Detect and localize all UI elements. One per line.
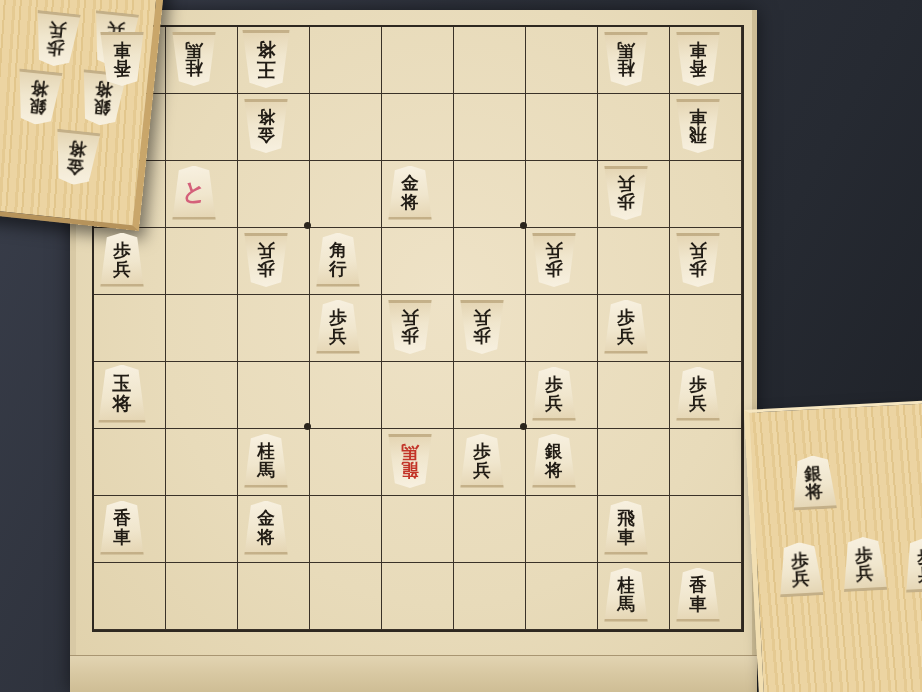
square-3b[interactable] bbox=[526, 94, 598, 161]
square-5d[interactable] bbox=[382, 228, 454, 295]
square-6f[interactable] bbox=[310, 362, 382, 429]
piece-hand-sente-pawn-pawn[interactable]: 歩兵 bbox=[840, 536, 889, 592]
piece-kanji: 飛 bbox=[617, 509, 635, 527]
square-6h[interactable] bbox=[310, 496, 382, 563]
piece-kanji: 兵 bbox=[545, 241, 563, 259]
square-6b[interactable] bbox=[310, 94, 382, 161]
star-point bbox=[304, 222, 311, 229]
star-point bbox=[520, 222, 527, 229]
piece-kanji: 馬 bbox=[617, 40, 635, 58]
piece-kanji: 車 bbox=[689, 595, 707, 613]
square-6g[interactable] bbox=[310, 429, 382, 496]
piece-hand-gote-gold-gold[interactable]: 金将 bbox=[50, 129, 101, 188]
square-6i[interactable] bbox=[310, 563, 382, 630]
square-8f[interactable] bbox=[166, 362, 238, 429]
piece-kanji: 歩 bbox=[617, 308, 635, 326]
piece-kanji: 車 bbox=[689, 40, 707, 58]
square-3h[interactable] bbox=[526, 496, 598, 563]
square-3c[interactable] bbox=[526, 161, 598, 228]
piece-kanji: 玉 bbox=[113, 374, 132, 394]
piece-kanji: 金 bbox=[65, 157, 84, 177]
piece-kanji: 将 bbox=[67, 139, 86, 159]
piece-kanji: 歩 bbox=[545, 260, 563, 278]
piece-kanji: 銀 bbox=[545, 442, 563, 460]
square-1h[interactable] bbox=[670, 496, 742, 563]
piece-kanji: 香 bbox=[689, 576, 707, 594]
piece-kanji: 兵 bbox=[257, 241, 275, 259]
piece-kanji: 車 bbox=[617, 528, 635, 546]
piece-kanji: 車 bbox=[689, 107, 707, 125]
piece-kanji: 兵 bbox=[48, 20, 67, 40]
piece-kanji: 龍 bbox=[401, 461, 419, 479]
piece-kanji: 将 bbox=[545, 461, 563, 479]
piece-kanji: 兵 bbox=[855, 563, 873, 582]
square-8e[interactable] bbox=[166, 295, 238, 362]
piece-kanji: 銀 bbox=[804, 464, 822, 483]
piece-kanji: 歩 bbox=[689, 375, 707, 393]
piece-kanji: 兵 bbox=[545, 394, 563, 412]
piece-kanji: 将 bbox=[401, 193, 419, 211]
piece-kanji: 将 bbox=[257, 528, 275, 546]
piece-kanji: 角 bbox=[329, 241, 347, 259]
square-5f[interactable] bbox=[382, 362, 454, 429]
piece-kanji: 将 bbox=[29, 79, 48, 99]
square-8g[interactable] bbox=[166, 429, 238, 496]
piece-kanji: 飛 bbox=[689, 126, 707, 144]
square-5a[interactable] bbox=[382, 27, 454, 94]
square-9g[interactable] bbox=[94, 429, 166, 496]
piece-kanji: 兵 bbox=[329, 327, 347, 345]
piece-kanji: 歩 bbox=[46, 38, 65, 58]
square-1g[interactable] bbox=[670, 429, 742, 496]
piece-kanji: 馬 bbox=[401, 442, 419, 460]
square-7f[interactable] bbox=[238, 362, 310, 429]
square-4a[interactable] bbox=[454, 27, 526, 94]
square-7c[interactable] bbox=[238, 161, 310, 228]
square-8h[interactable] bbox=[166, 496, 238, 563]
square-1e[interactable] bbox=[670, 295, 742, 362]
star-point bbox=[520, 423, 527, 430]
square-4b[interactable] bbox=[454, 94, 526, 161]
piece-kanji: 桂 bbox=[617, 576, 635, 594]
piece-hand-sente-pawn-pawn[interactable]: 歩兵 bbox=[902, 537, 922, 593]
square-6c[interactable] bbox=[310, 161, 382, 228]
piece-kanji: 香 bbox=[113, 59, 131, 77]
square-8d[interactable] bbox=[166, 228, 238, 295]
piece-kanji: 兵 bbox=[113, 260, 131, 278]
piece-kanji: 金 bbox=[257, 509, 275, 527]
square-4d[interactable] bbox=[454, 228, 526, 295]
star-point bbox=[304, 423, 311, 430]
piece-kanji: 兵 bbox=[473, 461, 491, 479]
piece-kanji: 将 bbox=[113, 394, 132, 414]
piece-kanji: 銀 bbox=[28, 97, 47, 117]
piece-kanji: 歩 bbox=[473, 327, 491, 345]
piece-kanji: 歩 bbox=[545, 375, 563, 393]
square-2d[interactable] bbox=[598, 228, 670, 295]
piece-kanji: 歩 bbox=[473, 442, 491, 460]
piece-kanji: 行 bbox=[329, 260, 347, 278]
piece-kanji: 歩 bbox=[401, 327, 419, 345]
piece-kanji: 歩 bbox=[329, 308, 347, 326]
piece-kanji: 金 bbox=[401, 174, 419, 192]
square-4f[interactable] bbox=[454, 362, 526, 429]
piece-hand-sente-pawn-pawn[interactable]: 歩兵 bbox=[776, 541, 825, 597]
square-8b[interactable] bbox=[166, 94, 238, 161]
square-7i[interactable] bbox=[238, 563, 310, 630]
piece-kanji: 桂 bbox=[257, 442, 275, 460]
square-3a[interactable] bbox=[526, 27, 598, 94]
square-9e[interactable] bbox=[94, 295, 166, 362]
square-5i[interactable] bbox=[382, 563, 454, 630]
piece-kanji: 兵 bbox=[401, 308, 419, 326]
square-5h[interactable] bbox=[382, 496, 454, 563]
square-4i[interactable] bbox=[454, 563, 526, 630]
square-1c[interactable] bbox=[670, 161, 742, 228]
piece-kanji: と bbox=[182, 180, 207, 205]
piece-kanji: 歩 bbox=[113, 241, 131, 259]
sente-captured-stand: 銀将歩兵歩兵歩兵 bbox=[744, 399, 922, 692]
piece-kanji: 歩 bbox=[617, 193, 635, 211]
square-7e[interactable] bbox=[238, 295, 310, 362]
board-front-edge bbox=[70, 655, 757, 692]
piece-kanji: 兵 bbox=[617, 174, 635, 192]
square-3e[interactable] bbox=[526, 295, 598, 362]
piece-kanji: 兵 bbox=[689, 241, 707, 259]
piece-hand-gote-silver-silver[interactable]: 銀将 bbox=[12, 68, 63, 127]
square-2b[interactable] bbox=[598, 94, 670, 161]
piece-kanji: 将 bbox=[94, 79, 113, 99]
piece-kanji: 車 bbox=[113, 40, 131, 58]
piece-kanji: 車 bbox=[113, 528, 131, 546]
square-2g[interactable] bbox=[598, 429, 670, 496]
piece-kanji: 兵 bbox=[473, 308, 491, 326]
piece-hand-sente-silver-silver[interactable]: 銀将 bbox=[790, 454, 839, 510]
piece-kanji: 兵 bbox=[689, 394, 707, 412]
square-4c[interactable] bbox=[454, 161, 526, 228]
piece-kanji: 歩 bbox=[917, 546, 922, 565]
piece-hand-gote-pawn-pawn[interactable]: 歩兵 bbox=[31, 10, 82, 69]
piece-kanji: 歩 bbox=[257, 260, 275, 278]
piece-kanji: 香 bbox=[689, 59, 707, 77]
square-9i[interactable] bbox=[94, 563, 166, 630]
piece-kanji: 馬 bbox=[185, 40, 203, 58]
piece-kanji: 兵 bbox=[617, 327, 635, 345]
square-8i[interactable] bbox=[166, 563, 238, 630]
piece-kanji: 桂 bbox=[185, 59, 203, 77]
piece-kanji: 馬 bbox=[257, 461, 275, 479]
piece-kanji: 将 bbox=[805, 482, 823, 501]
square-5b[interactable] bbox=[382, 94, 454, 161]
piece-kanji: 歩 bbox=[689, 260, 707, 278]
piece-kanji: 銀 bbox=[92, 97, 111, 117]
piece-kanji: 将 bbox=[257, 39, 276, 59]
piece-kanji: 香 bbox=[113, 509, 131, 527]
piece-kanji: 桂 bbox=[617, 59, 635, 77]
piece-kanji: 馬 bbox=[617, 595, 635, 613]
piece-kanji: 金 bbox=[257, 126, 275, 144]
square-6a[interactable] bbox=[310, 27, 382, 94]
piece-kanji: 王 bbox=[257, 59, 276, 79]
square-2f[interactable] bbox=[598, 362, 670, 429]
piece-kanji: 将 bbox=[257, 107, 275, 125]
piece-kanji: 歩 bbox=[855, 545, 873, 564]
piece-kanji: 歩 bbox=[791, 551, 809, 570]
square-4h[interactable] bbox=[454, 496, 526, 563]
piece-kanji: 兵 bbox=[792, 569, 810, 588]
square-3i[interactable] bbox=[526, 563, 598, 630]
photo-scene: 歩兵歩兵銀将銀将金将 銀将歩兵歩兵歩兵 香車桂馬王将桂馬香車金将飛車と金将歩兵歩… bbox=[0, 0, 922, 692]
piece-kanji: 兵 bbox=[918, 564, 922, 583]
